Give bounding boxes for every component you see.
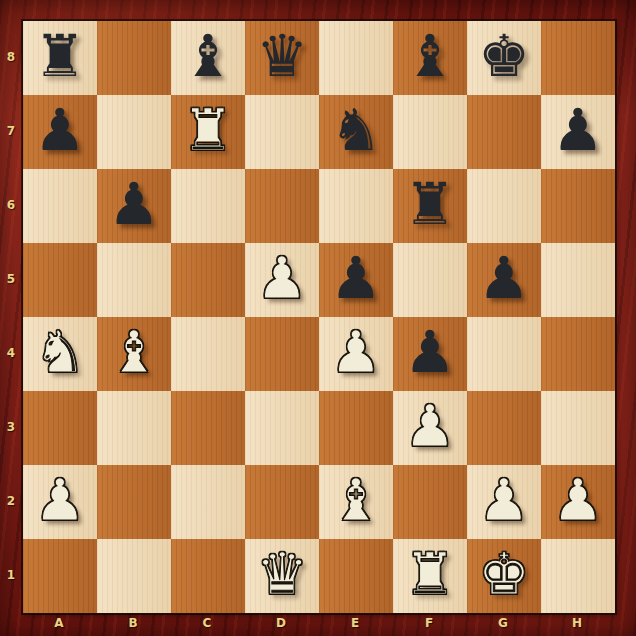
black-pawn-icon: ♟ — [404, 323, 456, 381]
square-a4[interactable]: ♞ — [23, 317, 97, 391]
square-g1[interactable]: ♚ — [467, 539, 541, 613]
file-label-h: H — [540, 612, 614, 636]
square-h1[interactable] — [541, 539, 615, 613]
white-pawn-icon: ♟ — [256, 249, 308, 307]
square-e4[interactable]: ♟ — [319, 317, 393, 391]
file-label-f: F — [392, 612, 466, 636]
square-a3[interactable] — [23, 391, 97, 465]
square-c3[interactable] — [171, 391, 245, 465]
rank-label-2: 2 — [0, 464, 22, 538]
square-f5[interactable] — [393, 243, 467, 317]
square-h5[interactable] — [541, 243, 615, 317]
square-a5[interactable] — [23, 243, 97, 317]
black-pawn-icon: ♟ — [108, 175, 160, 233]
black-pawn-icon: ♟ — [478, 249, 530, 307]
square-d8[interactable]: ♛ — [245, 21, 319, 95]
square-g2[interactable]: ♟ — [467, 465, 541, 539]
square-b8[interactable] — [97, 21, 171, 95]
white-pawn-icon: ♟ — [478, 471, 530, 529]
square-c1[interactable] — [171, 539, 245, 613]
black-rook-icon: ♜ — [404, 175, 456, 233]
rank-label-6: 6 — [0, 168, 22, 242]
white-rook-icon: ♜ — [404, 545, 456, 603]
black-queen-icon: ♛ — [256, 27, 308, 85]
rank-label-8: 8 — [0, 20, 22, 94]
square-b6[interactable]: ♟ — [97, 169, 171, 243]
square-f1[interactable]: ♜ — [393, 539, 467, 613]
square-e1[interactable] — [319, 539, 393, 613]
square-d2[interactable] — [245, 465, 319, 539]
square-g4[interactable] — [467, 317, 541, 391]
square-b5[interactable] — [97, 243, 171, 317]
file-label-g: G — [466, 612, 540, 636]
square-f2[interactable] — [393, 465, 467, 539]
square-c8[interactable]: ♝ — [171, 21, 245, 95]
square-b3[interactable] — [97, 391, 171, 465]
square-h2[interactable]: ♟ — [541, 465, 615, 539]
black-bishop-icon: ♝ — [404, 27, 456, 85]
square-c7[interactable]: ♜ — [171, 95, 245, 169]
square-e3[interactable] — [319, 391, 393, 465]
board-frame: ♜♝♛♝♚♟♜♞♟♟♜♟♟♟♞♝♟♟♟♟♝♟♟♛♜♚ 87654321ABCDE… — [0, 0, 636, 636]
square-a8[interactable]: ♜ — [23, 21, 97, 95]
square-d6[interactable] — [245, 169, 319, 243]
black-pawn-icon: ♟ — [330, 249, 382, 307]
black-knight-icon: ♞ — [330, 101, 382, 159]
chess-board: ♜♝♛♝♚♟♜♞♟♟♜♟♟♟♞♝♟♟♟♟♝♟♟♛♜♚ — [22, 20, 616, 614]
rank-label-1: 1 — [0, 538, 22, 612]
square-d1[interactable]: ♛ — [245, 539, 319, 613]
black-pawn-icon: ♟ — [34, 101, 86, 159]
square-b2[interactable] — [97, 465, 171, 539]
square-e6[interactable] — [319, 169, 393, 243]
square-b7[interactable] — [97, 95, 171, 169]
rank-label-3: 3 — [0, 390, 22, 464]
black-pawn-icon: ♟ — [552, 101, 604, 159]
square-h3[interactable] — [541, 391, 615, 465]
square-e2[interactable]: ♝ — [319, 465, 393, 539]
square-d3[interactable] — [245, 391, 319, 465]
square-d5[interactable]: ♟ — [245, 243, 319, 317]
white-pawn-icon: ♟ — [552, 471, 604, 529]
square-a6[interactable] — [23, 169, 97, 243]
square-a7[interactable]: ♟ — [23, 95, 97, 169]
white-pawn-icon: ♟ — [330, 323, 382, 381]
rank-label-7: 7 — [0, 94, 22, 168]
black-rook-icon: ♜ — [34, 27, 86, 85]
square-f3[interactable]: ♟ — [393, 391, 467, 465]
file-label-d: D — [244, 612, 318, 636]
square-c6[interactable] — [171, 169, 245, 243]
square-e5[interactable]: ♟ — [319, 243, 393, 317]
square-f6[interactable]: ♜ — [393, 169, 467, 243]
square-d4[interactable] — [245, 317, 319, 391]
black-king-icon: ♚ — [478, 27, 530, 85]
square-h7[interactable]: ♟ — [541, 95, 615, 169]
white-king-icon: ♚ — [478, 545, 530, 603]
white-bishop-icon: ♝ — [108, 323, 160, 381]
white-pawn-icon: ♟ — [34, 471, 86, 529]
square-a2[interactable]: ♟ — [23, 465, 97, 539]
white-queen-icon: ♛ — [256, 545, 308, 603]
white-pawn-icon: ♟ — [404, 397, 456, 455]
file-label-c: C — [170, 612, 244, 636]
square-g6[interactable] — [467, 169, 541, 243]
square-g5[interactable]: ♟ — [467, 243, 541, 317]
square-a1[interactable] — [23, 539, 97, 613]
square-h4[interactable] — [541, 317, 615, 391]
rank-label-4: 4 — [0, 316, 22, 390]
white-rook-icon: ♜ — [182, 101, 234, 159]
square-g3[interactable] — [467, 391, 541, 465]
square-c4[interactable] — [171, 317, 245, 391]
file-label-a: A — [22, 612, 96, 636]
square-f7[interactable] — [393, 95, 467, 169]
square-d7[interactable] — [245, 95, 319, 169]
square-g8[interactable]: ♚ — [467, 21, 541, 95]
file-label-b: B — [96, 612, 170, 636]
square-c2[interactable] — [171, 465, 245, 539]
square-c5[interactable] — [171, 243, 245, 317]
square-f4[interactable]: ♟ — [393, 317, 467, 391]
square-g7[interactable] — [467, 95, 541, 169]
white-bishop-icon: ♝ — [330, 471, 382, 529]
white-knight-icon: ♞ — [34, 323, 86, 381]
black-bishop-icon: ♝ — [182, 27, 234, 85]
square-h6[interactable] — [541, 169, 615, 243]
square-e8[interactable] — [319, 21, 393, 95]
square-e7[interactable]: ♞ — [319, 95, 393, 169]
square-b4[interactable]: ♝ — [97, 317, 171, 391]
square-f8[interactable]: ♝ — [393, 21, 467, 95]
file-label-e: E — [318, 612, 392, 636]
square-b1[interactable] — [97, 539, 171, 613]
rank-label-5: 5 — [0, 242, 22, 316]
square-h8[interactable] — [541, 21, 615, 95]
